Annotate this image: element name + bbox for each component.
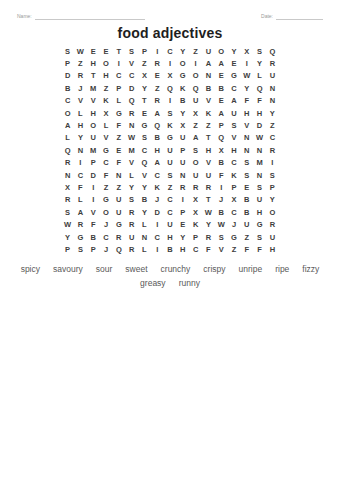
- grid-cell: U: [164, 144, 177, 156]
- grid-cell: H: [176, 243, 189, 255]
- grid-cell: K: [189, 218, 202, 230]
- word-list-item: fizzy: [302, 262, 319, 276]
- grid-cell: U: [189, 95, 202, 107]
- grid-cell: B: [240, 206, 253, 218]
- grid-cell: L: [138, 218, 151, 230]
- grid-cell: L: [253, 70, 266, 82]
- grid-cell: B: [151, 132, 164, 144]
- grid-cell: N: [125, 119, 138, 131]
- grid-cell: X: [189, 206, 202, 218]
- grid-cell: C: [151, 169, 164, 181]
- grid-cell: V: [125, 57, 138, 69]
- grid-cell: T: [112, 45, 125, 57]
- grid-cell: S: [74, 243, 87, 255]
- grid-cell: Y: [240, 82, 253, 94]
- grid-cell: S: [61, 45, 74, 57]
- word-search-grid: SWEETSPICYZUOYXSQPZHOIVZRIOIAAEIYRDRTHCC…: [0, 45, 340, 256]
- grid-cell: Z: [189, 45, 202, 57]
- grid-cell: X: [189, 107, 202, 119]
- grid-cell: Z: [240, 231, 253, 243]
- word-list-item: spicy: [21, 262, 40, 276]
- grid-cell: U: [202, 169, 215, 181]
- grid-cell: E: [228, 57, 241, 69]
- grid-cell: L: [112, 95, 125, 107]
- grid-cell: H: [151, 144, 164, 156]
- grid-cell: U: [164, 157, 177, 169]
- grid-cell: N: [176, 169, 189, 181]
- grid-cell: I: [74, 157, 87, 169]
- grid-cell: P: [266, 181, 279, 193]
- grid-cell: R: [61, 157, 74, 169]
- grid-cell: K: [228, 169, 241, 181]
- grid-cell: N: [202, 70, 215, 82]
- grid-cell: E: [215, 70, 228, 82]
- grid-cell: Y: [138, 181, 151, 193]
- grid-cell: N: [74, 144, 87, 156]
- grid-cell: F: [100, 169, 113, 181]
- grid-cell: Q: [125, 95, 138, 107]
- grid-cell: O: [189, 157, 202, 169]
- grid-cell: R: [202, 231, 215, 243]
- grid-cell: A: [74, 206, 87, 218]
- grid-cell: I: [240, 57, 253, 69]
- grid-cell: U: [164, 218, 177, 230]
- date-blank-line: [276, 14, 323, 20]
- grid-cell: C: [228, 82, 241, 94]
- grid-cell: J: [74, 82, 87, 94]
- grid-cell: A: [228, 95, 241, 107]
- grid-cell: I: [151, 218, 164, 230]
- word-list-item: crispy: [203, 262, 225, 276]
- grid-cell: O: [176, 57, 189, 69]
- grid-cell: P: [87, 243, 100, 255]
- grid-cell: O: [61, 107, 74, 119]
- grid-cell: C: [61, 95, 74, 107]
- grid-cell: C: [164, 206, 177, 218]
- grid-cell: F: [240, 95, 253, 107]
- grid-cell: Q: [266, 45, 279, 57]
- grid-cell: B: [215, 82, 228, 94]
- grid-cell: U: [266, 231, 279, 243]
- grid-cell: O: [100, 206, 113, 218]
- grid-cell: P: [176, 144, 189, 156]
- grid-cell: C: [100, 157, 113, 169]
- grid-cell: B: [61, 82, 74, 94]
- grid-cell: R: [74, 218, 87, 230]
- grid-cell: U: [240, 218, 253, 230]
- grid-cell: R: [74, 70, 87, 82]
- grid-cell: Y: [138, 82, 151, 94]
- grid-cell: E: [151, 70, 164, 82]
- grid-cell: A: [151, 157, 164, 169]
- grid-cell: P: [112, 82, 125, 94]
- grid-cell: A: [189, 132, 202, 144]
- grid-cell: H: [253, 107, 266, 119]
- grid-cell: P: [87, 157, 100, 169]
- grid-cell: K: [151, 181, 164, 193]
- grid-cell: X: [164, 70, 177, 82]
- grid-cell: Z: [112, 181, 125, 193]
- grid-cell: W: [61, 218, 74, 230]
- grid-cell: A: [151, 107, 164, 119]
- grid-cell: U: [176, 132, 189, 144]
- grid-cell: S: [164, 107, 177, 119]
- grid-cell: C: [164, 194, 177, 206]
- grid-cell: I: [176, 194, 189, 206]
- grid-cell: Y: [125, 181, 138, 193]
- grid-cell: R: [112, 231, 125, 243]
- grid-cell: Y: [176, 231, 189, 243]
- grid-cell: S: [125, 194, 138, 206]
- grid-cell: R: [125, 107, 138, 119]
- grid-cell: P: [228, 181, 241, 193]
- grid-cell: U: [112, 194, 125, 206]
- grid-cell: Q: [112, 243, 125, 255]
- grid-cell: N: [253, 144, 266, 156]
- grid-cell: U: [125, 231, 138, 243]
- grid-cell: H: [266, 243, 279, 255]
- grid-cell: L: [61, 132, 74, 144]
- grid-cell: Y: [266, 107, 279, 119]
- grid-cell: Q: [215, 132, 228, 144]
- grid-cell: S: [215, 231, 228, 243]
- grid-cell: V: [74, 95, 87, 107]
- grid-cell: X: [138, 70, 151, 82]
- grid-cell: P: [176, 206, 189, 218]
- grid-cell: I: [266, 157, 279, 169]
- grid-cell: H: [202, 144, 215, 156]
- grid-cell: C: [74, 169, 87, 181]
- grid-cell: C: [138, 144, 151, 156]
- grid-cell: Y: [266, 194, 279, 206]
- grid-cell: B: [164, 243, 177, 255]
- word-list-item: savoury: [53, 262, 83, 276]
- grid-cell: O: [100, 57, 113, 69]
- grid-cell: X: [228, 194, 241, 206]
- grid-cell: T: [138, 95, 151, 107]
- grid-cell: X: [189, 194, 202, 206]
- grid-cell: I: [164, 95, 177, 107]
- grid-cell: R: [151, 57, 164, 69]
- grid-cell: G: [228, 70, 241, 82]
- grid-cell: Y: [176, 107, 189, 119]
- grid-cell: G: [138, 119, 151, 131]
- grid-cell: E: [176, 218, 189, 230]
- grid-cell: U: [87, 132, 100, 144]
- grid-cell: G: [112, 107, 125, 119]
- grid-cell: W: [202, 206, 215, 218]
- puzzle-title: food adjectives: [0, 25, 340, 41]
- grid-cell: C: [112, 70, 125, 82]
- grid-cell: X: [240, 45, 253, 57]
- grid-cell: H: [228, 144, 241, 156]
- grid-cell: S: [253, 181, 266, 193]
- grid-cell: H: [74, 119, 87, 131]
- grid-cell: L: [74, 194, 87, 206]
- grid-cell: X: [100, 107, 113, 119]
- grid-cell: V: [240, 119, 253, 131]
- grid-cell: D: [151, 206, 164, 218]
- grid-cell: M: [125, 144, 138, 156]
- grid-cell: C: [228, 206, 241, 218]
- grid-cell: I: [151, 243, 164, 255]
- grid-cell: I: [164, 57, 177, 69]
- date-label: Date:: [261, 13, 273, 20]
- grid-cell: T: [87, 70, 100, 82]
- grid-cell: Y: [253, 57, 266, 69]
- word-list-item: unripe: [239, 262, 263, 276]
- grid-cell: G: [74, 231, 87, 243]
- grid-cell: Z: [74, 57, 87, 69]
- grid-cell: E: [138, 107, 151, 119]
- grid-cell: L: [125, 169, 138, 181]
- grid-cell: A: [215, 107, 228, 119]
- grid-cell: R: [61, 194, 74, 206]
- grid-cell: Z: [112, 132, 125, 144]
- grid-cell: T: [202, 194, 215, 206]
- grid-cell: N: [266, 82, 279, 94]
- grid-cell: A: [61, 119, 74, 131]
- grid-cell: I: [112, 57, 125, 69]
- grid-cell: R: [202, 181, 215, 193]
- grid-cell: U: [189, 169, 202, 181]
- grid-cell: J: [100, 218, 113, 230]
- grid-cell: G: [100, 144, 113, 156]
- word-list-item: ripe: [275, 262, 289, 276]
- grid-cell: P: [215, 119, 228, 131]
- grid-cell: H: [253, 206, 266, 218]
- grid-cell: G: [228, 231, 241, 243]
- grid-cell: V: [215, 243, 228, 255]
- grid-cell: I: [151, 45, 164, 57]
- grid-cell: Y: [74, 132, 87, 144]
- grid-cell: F: [112, 119, 125, 131]
- grid-cell: S: [164, 169, 177, 181]
- grid-cell: Y: [228, 45, 241, 57]
- grid-cell: C: [266, 132, 279, 144]
- grid-cell: E: [215, 95, 228, 107]
- grid-cell: I: [87, 194, 100, 206]
- grid-cell: V: [100, 132, 113, 144]
- grid-cell: V: [87, 95, 100, 107]
- grid-cell: E: [87, 45, 100, 57]
- grid-cell: S: [125, 45, 138, 57]
- grid-cell: P: [138, 45, 151, 57]
- grid-cell: S: [138, 132, 151, 144]
- grid-cell: U: [202, 45, 215, 57]
- grid-cell: R: [151, 95, 164, 107]
- grid-cell: S: [253, 45, 266, 57]
- grid-cell: O: [87, 119, 100, 131]
- grid-cell: B: [215, 157, 228, 169]
- date-field: Date:: [261, 13, 323, 20]
- grid-cell: P: [189, 231, 202, 243]
- grid-cell: V: [228, 132, 241, 144]
- grid-cell: N: [61, 169, 74, 181]
- grid-cell: S: [266, 169, 279, 181]
- grid-cell: N: [253, 169, 266, 181]
- grid-cell: D: [125, 82, 138, 94]
- grid-cell: N: [240, 144, 253, 156]
- grid-cell: C: [228, 157, 241, 169]
- grid-cell: W: [74, 45, 87, 57]
- grid-cell: G: [100, 194, 113, 206]
- grid-cell: G: [112, 218, 125, 230]
- grid-cell: A: [215, 57, 228, 69]
- grid-cell: Q: [164, 82, 177, 94]
- grid-cell: R: [266, 57, 279, 69]
- grid-cell: V: [202, 95, 215, 107]
- grid-cell: B: [240, 194, 253, 206]
- grid-cell: F: [202, 243, 215, 255]
- grid-cell: K: [176, 82, 189, 94]
- grid-cell: R: [125, 218, 138, 230]
- grid-cell: N: [112, 169, 125, 181]
- grid-cell: Z: [202, 119, 215, 131]
- word-list-item: crunchy: [161, 262, 191, 276]
- grid-cell: N: [240, 132, 253, 144]
- grid-cell: H: [87, 57, 100, 69]
- grid-cell: Z: [100, 82, 113, 94]
- grid-cell: R: [266, 218, 279, 230]
- grid-cell: X: [176, 119, 189, 131]
- grid-cell: B: [138, 194, 151, 206]
- grid-cell: A: [202, 57, 215, 69]
- grid-cell: U: [228, 107, 241, 119]
- worksheet-header: Name: Date:: [0, 0, 340, 20]
- grid-cell: C: [100, 231, 113, 243]
- grid-cell: D: [87, 169, 100, 181]
- grid-cell: Y: [176, 45, 189, 57]
- grid-cell: K: [202, 107, 215, 119]
- grid-cell: Q: [138, 157, 151, 169]
- grid-cell: W: [125, 132, 138, 144]
- grid-cell: X: [215, 144, 228, 156]
- grid-cell: C: [189, 243, 202, 255]
- grid-cell: F: [253, 243, 266, 255]
- grid-cell: E: [100, 45, 113, 57]
- grid-cell: Q: [61, 144, 74, 156]
- grid-cell: Q: [189, 82, 202, 94]
- grid-cell: S: [240, 169, 253, 181]
- grid-cell: E: [112, 144, 125, 156]
- grid-cell: S: [253, 231, 266, 243]
- grid-cell: H: [240, 107, 253, 119]
- grid-cell: L: [74, 107, 87, 119]
- grid-cell: G: [164, 132, 177, 144]
- grid-cell: S: [61, 206, 74, 218]
- grid-cell: C: [125, 70, 138, 82]
- grid-cell: U: [176, 157, 189, 169]
- grid-cell: R: [176, 181, 189, 193]
- grid-cell: U: [266, 70, 279, 82]
- grid-cell: H: [87, 107, 100, 119]
- grid-cell: M: [253, 157, 266, 169]
- grid-cell: Y: [61, 231, 74, 243]
- grid-cell: U: [112, 206, 125, 218]
- name-blank-line: [35, 14, 145, 20]
- grid-cell: I: [189, 57, 202, 69]
- grid-cell: F: [112, 157, 125, 169]
- grid-cell: I: [87, 181, 100, 193]
- grid-cell: W: [240, 70, 253, 82]
- grid-cell: J: [100, 243, 113, 255]
- word-list-item: greasy: [140, 276, 166, 290]
- grid-cell: C: [164, 45, 177, 57]
- grid-cell: Y: [202, 218, 215, 230]
- grid-cell: G: [253, 218, 266, 230]
- grid-cell: W: [215, 218, 228, 230]
- grid-cell: V: [202, 157, 215, 169]
- grid-cell: S: [240, 157, 253, 169]
- grid-cell: I: [215, 181, 228, 193]
- grid-cell: V: [87, 206, 100, 218]
- grid-cell: X: [61, 181, 74, 193]
- grid-cell: F: [253, 95, 266, 107]
- grid-cell: D: [253, 119, 266, 131]
- word-list-item: sweet: [125, 262, 147, 276]
- grid-cell: M: [87, 144, 100, 156]
- grid-cell: Z: [138, 57, 151, 69]
- grid-cell: B: [176, 95, 189, 107]
- grid-cell: S: [228, 119, 241, 131]
- grid-cell: T: [202, 132, 215, 144]
- grid-cell: R: [189, 181, 202, 193]
- grid-cell: H: [100, 70, 113, 82]
- word-list: spicysavourysoursweetcrunchycrispyunripe…: [0, 262, 340, 290]
- grid-cell: E: [240, 181, 253, 193]
- word-list-item: runny: [179, 276, 200, 290]
- grid-cell: Z: [189, 119, 202, 131]
- grid-cell: K: [164, 119, 177, 131]
- grid-cell: M: [87, 82, 100, 94]
- grid-cell: D: [61, 70, 74, 82]
- grid-cell: F: [87, 218, 100, 230]
- grid-cell: O: [189, 70, 202, 82]
- grid-cell: F: [74, 181, 87, 193]
- grid-cell: Q: [253, 82, 266, 94]
- grid-cell: F: [240, 243, 253, 255]
- word-list-line: greasyrunny: [0, 276, 340, 290]
- grid-cell: Z: [100, 181, 113, 193]
- grid-cell: B: [215, 206, 228, 218]
- grid-cell: U: [253, 194, 266, 206]
- grid-cell: G: [176, 70, 189, 82]
- word-list-line: spicysavourysoursweetcrunchycrispyunripe…: [0, 262, 340, 276]
- worksheet-page: Name: Date: food adjectives SWEETSPICYZU…: [0, 0, 340, 480]
- grid-cell: Y: [138, 206, 151, 218]
- grid-cell: J: [215, 194, 228, 206]
- grid-cell: V: [138, 169, 151, 181]
- grid-cell: C: [151, 231, 164, 243]
- name-label: Name:: [17, 13, 32, 20]
- grid-cell: K: [100, 95, 113, 107]
- grid-cell: N: [138, 231, 151, 243]
- grid-cell: W: [253, 132, 266, 144]
- grid-cell: P: [61, 243, 74, 255]
- grid-cell: L: [138, 243, 151, 255]
- grid-cell: O: [215, 45, 228, 57]
- word-list-item: sour: [96, 262, 113, 276]
- grid-cell: V: [125, 157, 138, 169]
- grid-cell: O: [266, 206, 279, 218]
- grid-cell: R: [125, 243, 138, 255]
- grid-cell: F: [215, 169, 228, 181]
- grid-cell: J: [151, 194, 164, 206]
- grid-cell: Z: [164, 181, 177, 193]
- grid-cell: N: [266, 95, 279, 107]
- grid-cell: J: [228, 218, 241, 230]
